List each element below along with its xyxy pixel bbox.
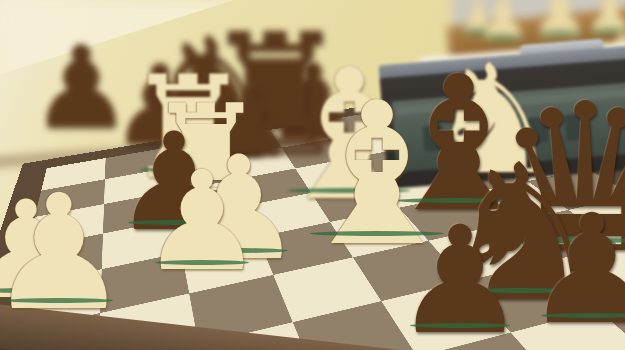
lcd-header-strip [396,89,625,115]
clock-lcd-display [391,82,625,172]
chess-clock [379,45,625,189]
bg-dark-pawn-2-pawn-icon: ♟ [105,51,216,140]
lcd-digit-blur [457,122,479,149]
clock-body [380,58,625,189]
lcd-digit-blur [527,116,549,143]
lcd-digit-blur [423,125,445,152]
chess-photo-scene: ♟♟♞♟♜♟♜♜♟♟♟♟♟♝♝♞♝♛♞♟♟♟♟♟♟♟ [0,0,625,350]
background-highlight-wedge [0,0,300,120]
lcd-digit-blur [564,113,586,140]
